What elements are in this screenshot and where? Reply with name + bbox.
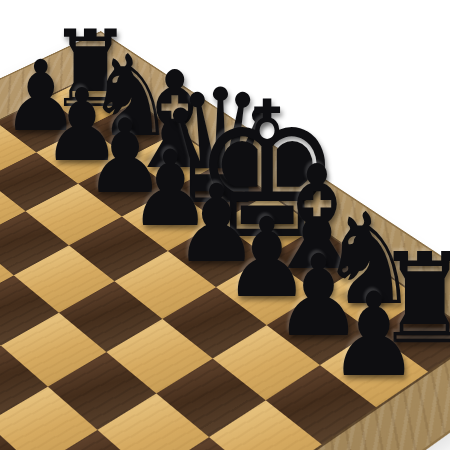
black-pawn-h7[interactable]: ♟: [323, 278, 425, 394]
pieces-layer: ♜♟♞♟♝♟♛♟♚♟♝♟♞♟♜♟: [0, 0, 450, 450]
chess-photo: ♜♟♞♟♝♟♛♟♚♟♝♟♞♟♜♟: [0, 0, 450, 450]
